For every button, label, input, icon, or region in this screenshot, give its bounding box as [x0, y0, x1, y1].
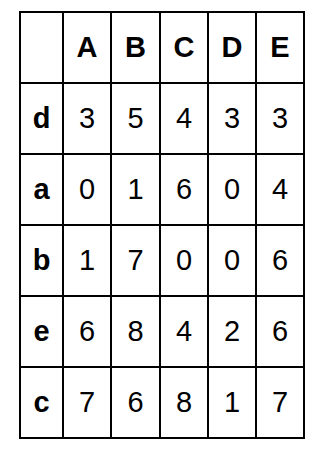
cell-a-B[interactable]: 1	[112, 155, 159, 224]
cell-b-E[interactable]: 6	[257, 226, 303, 295]
cell-c-A[interactable]: 7	[64, 368, 110, 437]
grid: A B C D E d 3 5 4 3 3 a 0 1 6 0 4 b 1 7 …	[19, 11, 305, 439]
cell-d-A[interactable]: 3	[64, 84, 110, 153]
cell-b-B[interactable]: 7	[112, 226, 159, 295]
col-header-A: A	[64, 13, 110, 82]
col-header-E: E	[257, 13, 303, 82]
cell-b-D[interactable]: 0	[209, 226, 255, 295]
corner-cell	[21, 13, 62, 82]
cell-a-A[interactable]: 0	[64, 155, 110, 224]
number-grid-board: A B C D E d 3 5 4 3 3 a 0 1 6 0 4 b 1 7 …	[19, 11, 305, 439]
cell-c-E[interactable]: 7	[257, 368, 303, 437]
col-header-B: B	[112, 13, 159, 82]
row-label-d: d	[21, 84, 62, 153]
cell-e-B[interactable]: 8	[112, 297, 159, 366]
cell-b-A[interactable]: 1	[64, 226, 110, 295]
cell-c-D[interactable]: 1	[209, 368, 255, 437]
cell-a-D[interactable]: 0	[209, 155, 255, 224]
cell-c-C[interactable]: 8	[161, 368, 207, 437]
cell-e-E[interactable]: 6	[257, 297, 303, 366]
cell-e-C[interactable]: 4	[161, 297, 207, 366]
cell-c-B[interactable]: 6	[112, 368, 159, 437]
cell-d-D[interactable]: 3	[209, 84, 255, 153]
cell-d-C[interactable]: 4	[161, 84, 207, 153]
cell-a-E[interactable]: 4	[257, 155, 303, 224]
col-header-C: C	[161, 13, 207, 82]
cell-e-A[interactable]: 6	[64, 297, 110, 366]
row-label-b: b	[21, 226, 62, 295]
cell-a-C[interactable]: 6	[161, 155, 207, 224]
row-label-c: c	[21, 368, 62, 437]
row-label-a: a	[21, 155, 62, 224]
col-header-D: D	[209, 13, 255, 82]
cell-b-C[interactable]: 0	[161, 226, 207, 295]
row-label-e: e	[21, 297, 62, 366]
cell-e-D[interactable]: 2	[209, 297, 255, 366]
cell-d-E[interactable]: 3	[257, 84, 303, 153]
cell-d-B[interactable]: 5	[112, 84, 159, 153]
